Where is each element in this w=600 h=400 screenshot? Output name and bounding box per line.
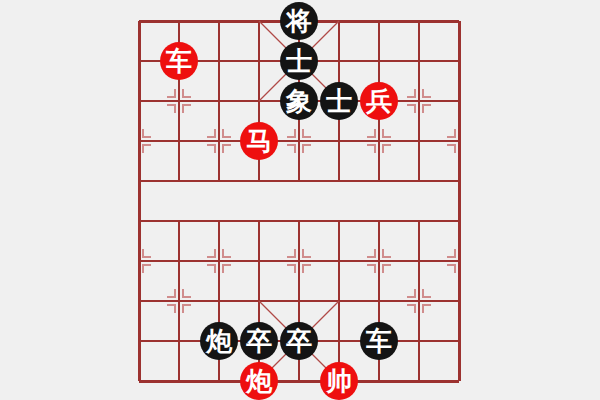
black-chariot[interactable]: 车 (360, 322, 398, 360)
red-chariot[interactable]: 车 (160, 42, 198, 80)
black-elephant[interactable]: 象 (280, 82, 318, 120)
red-horse[interactable]: 马 (240, 122, 278, 160)
black-advisor[interactable]: 士 (280, 42, 318, 80)
black-cannon[interactable]: 炮 (200, 322, 238, 360)
black-advisor[interactable]: 士 (320, 82, 358, 120)
black-soldier[interactable]: 卒 (280, 322, 318, 360)
black-soldier[interactable]: 卒 (240, 322, 278, 360)
red-cannon[interactable]: 炮 (240, 362, 278, 400)
black-general[interactable]: 将 (280, 2, 318, 40)
red-soldier[interactable]: 兵 (360, 82, 398, 120)
pieces-layer: 将车士象士兵马炮卒卒车炮帅 (119, 1, 479, 400)
red-general[interactable]: 帅 (320, 362, 358, 400)
xiangqi-app: 将车士象士兵马炮卒卒车炮帅 (0, 0, 600, 400)
